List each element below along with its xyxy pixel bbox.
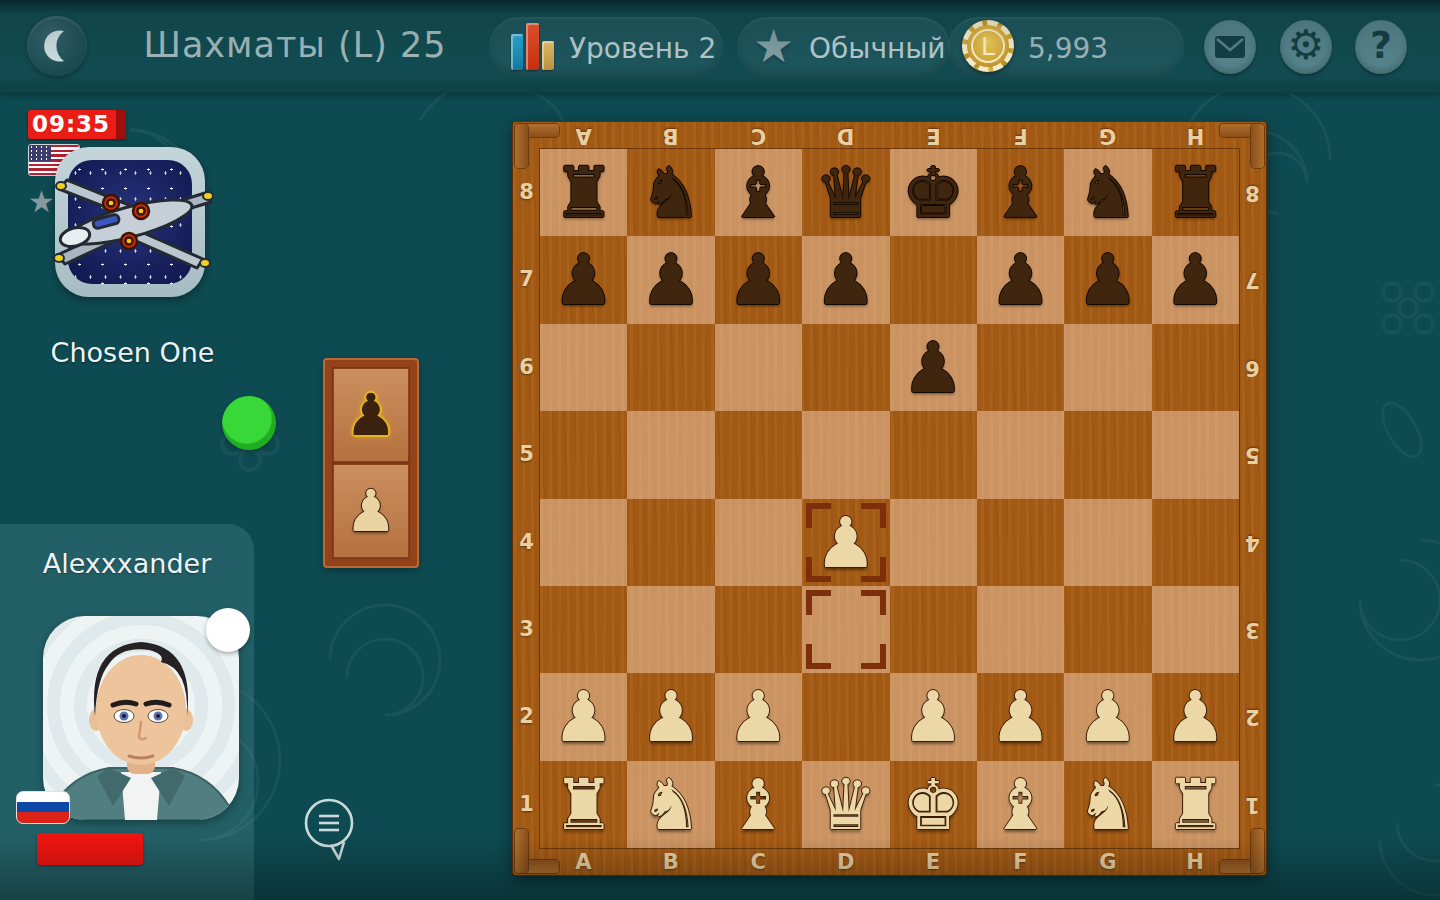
- mail-button[interactable]: [1204, 20, 1256, 74]
- black-pawn: ♟: [540, 236, 627, 323]
- top-bar: Шахматы (L) 25 Уровень 2 ★ Обычный L 5,9…: [0, 0, 1440, 93]
- rank-label-4-right: 4: [1239, 499, 1266, 586]
- black-knight: ♞: [627, 149, 714, 236]
- square-a4[interactable]: [540, 499, 627, 586]
- square-c7[interactable]: ♟: [715, 236, 802, 323]
- square-b8[interactable]: ♞: [627, 149, 714, 236]
- square-c2[interactable]: ♟: [715, 673, 802, 760]
- black-pawn: ♟: [802, 236, 889, 323]
- file-label-a-top: A: [540, 123, 627, 149]
- square-c1[interactable]: ♝: [715, 761, 802, 848]
- square-h3[interactable]: [1152, 586, 1239, 673]
- spaceship-icon: [45, 159, 215, 289]
- square-c8[interactable]: ♝: [715, 149, 802, 236]
- white-king: ♚: [890, 761, 977, 848]
- board-squares: ♜♞♝♛♚♝♞♜♟♟♟♟♟♟♟♟♟♟♟♟♟♟♟♟♜♞♝♛♚♝♞♜: [540, 149, 1239, 848]
- square-e1[interactable]: ♚: [890, 761, 977, 848]
- black-pawn: ♟: [1064, 236, 1151, 323]
- level-button[interactable]: Уровень 2: [489, 17, 723, 77]
- square-h5[interactable]: [1152, 411, 1239, 498]
- black-bishop: ♝: [977, 149, 1064, 236]
- rank-label-3-right: 3: [1239, 586, 1266, 673]
- rank-label-7-right: 7: [1239, 236, 1266, 323]
- black-rook: ♜: [540, 149, 627, 236]
- black-rook: ♜: [1152, 149, 1239, 236]
- square-d7[interactable]: ♟: [802, 236, 889, 323]
- rank-label-1-right: 1: [1239, 761, 1266, 848]
- black-pawn: ♟: [977, 236, 1064, 323]
- square-b1[interactable]: ♞: [627, 761, 714, 848]
- coin-icon: L: [962, 20, 1014, 72]
- square-g2[interactable]: ♟: [1064, 673, 1151, 760]
- square-h6[interactable]: [1152, 324, 1239, 411]
- player-status-dot: [206, 608, 250, 652]
- square-a1[interactable]: ♜: [540, 761, 627, 848]
- rank-label-2-left: 2: [513, 673, 540, 760]
- square-h4[interactable]: [1152, 499, 1239, 586]
- black-pawn: ♟: [1152, 236, 1239, 323]
- tray-player-cell: ♟: [333, 464, 409, 558]
- rank-label-6-right: 6: [1239, 324, 1266, 411]
- rank-label-2-right: 2: [1239, 673, 1266, 760]
- square-c3[interactable]: [715, 586, 802, 673]
- square-g5[interactable]: [1064, 411, 1151, 498]
- chat-bubble-icon: [302, 797, 358, 861]
- black-knight: ♞: [1064, 149, 1151, 236]
- move-highlight-d3: [806, 590, 885, 669]
- square-f8[interactable]: ♝: [977, 149, 1064, 236]
- page-title: Шахматы (L) 25: [110, 25, 480, 65]
- white-knight: ♞: [1064, 761, 1151, 848]
- square-f1[interactable]: ♝: [977, 761, 1064, 848]
- online-status-dot: [222, 396, 276, 450]
- black-pawn: ♟: [715, 236, 802, 323]
- file-label-b-top: B: [627, 123, 714, 149]
- player-time-bar: [37, 833, 143, 865]
- square-a8[interactable]: ♜: [540, 149, 627, 236]
- white-rook: ♜: [1152, 761, 1239, 848]
- opponent-timer: 09:35: [28, 110, 126, 139]
- white-rook: ♜: [540, 761, 627, 848]
- square-e4[interactable]: [890, 499, 977, 586]
- square-a6[interactable]: [540, 324, 627, 411]
- file-label-d-top: D: [802, 123, 889, 149]
- black-pawn: ♟: [890, 324, 977, 411]
- square-g1[interactable]: ♞: [1064, 761, 1151, 848]
- mode-star-icon: ★: [753, 19, 794, 73]
- square-h1[interactable]: ♜: [1152, 761, 1239, 848]
- opponent-name: Chosen One: [5, 337, 260, 368]
- level-bars-icon: [511, 24, 557, 72]
- square-b5[interactable]: [627, 411, 714, 498]
- opponent-avatar: [55, 147, 205, 297]
- file-label-f-bottom: F: [977, 849, 1064, 875]
- tray-opponent-piece: ♟: [333, 376, 409, 454]
- file-label-b-bottom: B: [627, 849, 714, 875]
- player-flag-ru: [16, 791, 70, 824]
- rank-label-1-left: 1: [513, 761, 540, 848]
- mode-button[interactable]: ★ Обычный: [737, 17, 950, 77]
- square-d6[interactable]: [802, 324, 889, 411]
- file-label-g-top: G: [1064, 123, 1151, 149]
- square-f6[interactable]: [977, 324, 1064, 411]
- chess-board: ABCDEFGH ABCDEFGH 87654321 87654321 ♜♞♝♛…: [513, 122, 1266, 875]
- file-label-c-top: C: [715, 123, 802, 149]
- rank-label-4-left: 4: [513, 499, 540, 586]
- white-bishop: ♝: [977, 761, 1064, 848]
- square-f5[interactable]: [977, 411, 1064, 498]
- rank-label-7-left: 7: [513, 236, 540, 323]
- square-e6[interactable]: ♟: [890, 324, 977, 411]
- white-pawn: ♟: [627, 673, 714, 760]
- white-pawn: ♟: [802, 499, 889, 586]
- rank-label-8-right: 8: [1239, 149, 1266, 236]
- square-c6[interactable]: [715, 324, 802, 411]
- rank-label-8-left: 8: [513, 149, 540, 236]
- chat-button[interactable]: [302, 797, 358, 861]
- square-e3[interactable]: [890, 586, 977, 673]
- white-pawn: ♟: [890, 673, 977, 760]
- rank-label-5-left: 5: [513, 411, 540, 498]
- file-label-g-bottom: G: [1064, 849, 1151, 875]
- white-pawn: ♟: [540, 673, 627, 760]
- file-label-d-bottom: D: [802, 849, 889, 875]
- square-d1[interactable]: ♛: [802, 761, 889, 848]
- coins-button[interactable]: L 5,993: [948, 17, 1184, 77]
- white-bishop: ♝: [715, 761, 802, 848]
- square-a2[interactable]: ♟: [540, 673, 627, 760]
- file-label-e-bottom: E: [890, 849, 977, 875]
- question-icon: ?: [1355, 24, 1407, 67]
- rank-label-6-left: 6: [513, 324, 540, 411]
- square-b2[interactable]: ♟: [627, 673, 714, 760]
- mail-icon: [1214, 35, 1246, 59]
- file-label-f-top: F: [977, 123, 1064, 149]
- square-f4[interactable]: [977, 499, 1064, 586]
- file-label-h-bottom: H: [1152, 849, 1239, 875]
- file-label-a-bottom: A: [540, 849, 627, 875]
- square-f7[interactable]: ♟: [977, 236, 1064, 323]
- square-e8[interactable]: ♚: [890, 149, 977, 236]
- tray-opponent-cell: ♟: [333, 368, 409, 462]
- help-button[interactable]: ?: [1355, 20, 1407, 74]
- settings-button[interactable]: ⚙: [1280, 20, 1332, 74]
- square-e5[interactable]: [890, 411, 977, 498]
- square-e7[interactable]: [890, 236, 977, 323]
- square-f2[interactable]: ♟: [977, 673, 1064, 760]
- rank-label-5-right: 5: [1239, 411, 1266, 498]
- mode-label: Обычный: [809, 32, 946, 65]
- square-c5[interactable]: [715, 411, 802, 498]
- square-h2[interactable]: ♟: [1152, 673, 1239, 760]
- square-g7[interactable]: ♟: [1064, 236, 1151, 323]
- black-pawn: ♟: [627, 236, 714, 323]
- square-h7[interactable]: ♟: [1152, 236, 1239, 323]
- square-g4[interactable]: [1064, 499, 1151, 586]
- opponent-time-value: 09:35: [28, 111, 114, 137]
- level-label: Уровень 2: [569, 32, 716, 65]
- gear-icon: ⚙: [1280, 21, 1332, 69]
- square-b4[interactable]: [627, 499, 714, 586]
- player-name: Alexxxander: [0, 548, 254, 579]
- black-king: ♚: [890, 149, 977, 236]
- black-bishop: ♝: [715, 149, 802, 236]
- square-d3[interactable]: [802, 586, 889, 673]
- square-e2[interactable]: ♟: [890, 673, 977, 760]
- player-avatar: [43, 616, 239, 820]
- square-b7[interactable]: ♟: [627, 236, 714, 323]
- square-g8[interactable]: ♞: [1064, 149, 1151, 236]
- white-queen: ♛: [802, 761, 889, 848]
- tray-player-piece: ♟: [333, 472, 409, 550]
- square-d2[interactable]: [802, 673, 889, 760]
- white-pawn: ♟: [1064, 673, 1151, 760]
- square-d5[interactable]: [802, 411, 889, 498]
- white-pawn: ♟: [977, 673, 1064, 760]
- white-knight: ♞: [627, 761, 714, 848]
- player-portrait: [43, 616, 239, 820]
- white-pawn: ♟: [715, 673, 802, 760]
- square-a3[interactable]: [540, 586, 627, 673]
- coins-amount: 5,993: [1028, 32, 1108, 65]
- square-c4[interactable]: [715, 499, 802, 586]
- back-button[interactable]: [27, 16, 87, 76]
- rank-label-3-left: 3: [513, 586, 540, 673]
- square-f3[interactable]: [977, 586, 1064, 673]
- square-g6[interactable]: [1064, 324, 1151, 411]
- side-indicator-tray: ♟ ♟: [325, 360, 417, 566]
- square-a7[interactable]: ♟: [540, 236, 627, 323]
- file-label-e-top: E: [890, 123, 977, 149]
- square-d4[interactable]: ♟: [802, 499, 889, 586]
- square-g3[interactable]: [1064, 586, 1151, 673]
- square-d8[interactable]: ♛: [802, 149, 889, 236]
- black-queen: ♛: [802, 149, 889, 236]
- file-label-c-bottom: C: [715, 849, 802, 875]
- coin-letter: L: [967, 32, 1009, 61]
- white-pawn: ♟: [1152, 673, 1239, 760]
- square-h8[interactable]: ♜: [1152, 149, 1239, 236]
- square-b3[interactable]: [627, 586, 714, 673]
- crescent-back-icon: [40, 26, 76, 66]
- player-panel: Alexxxander: [0, 524, 254, 900]
- file-label-h-top: H: [1152, 123, 1239, 149]
- square-b6[interactable]: [627, 324, 714, 411]
- square-a5[interactable]: [540, 411, 627, 498]
